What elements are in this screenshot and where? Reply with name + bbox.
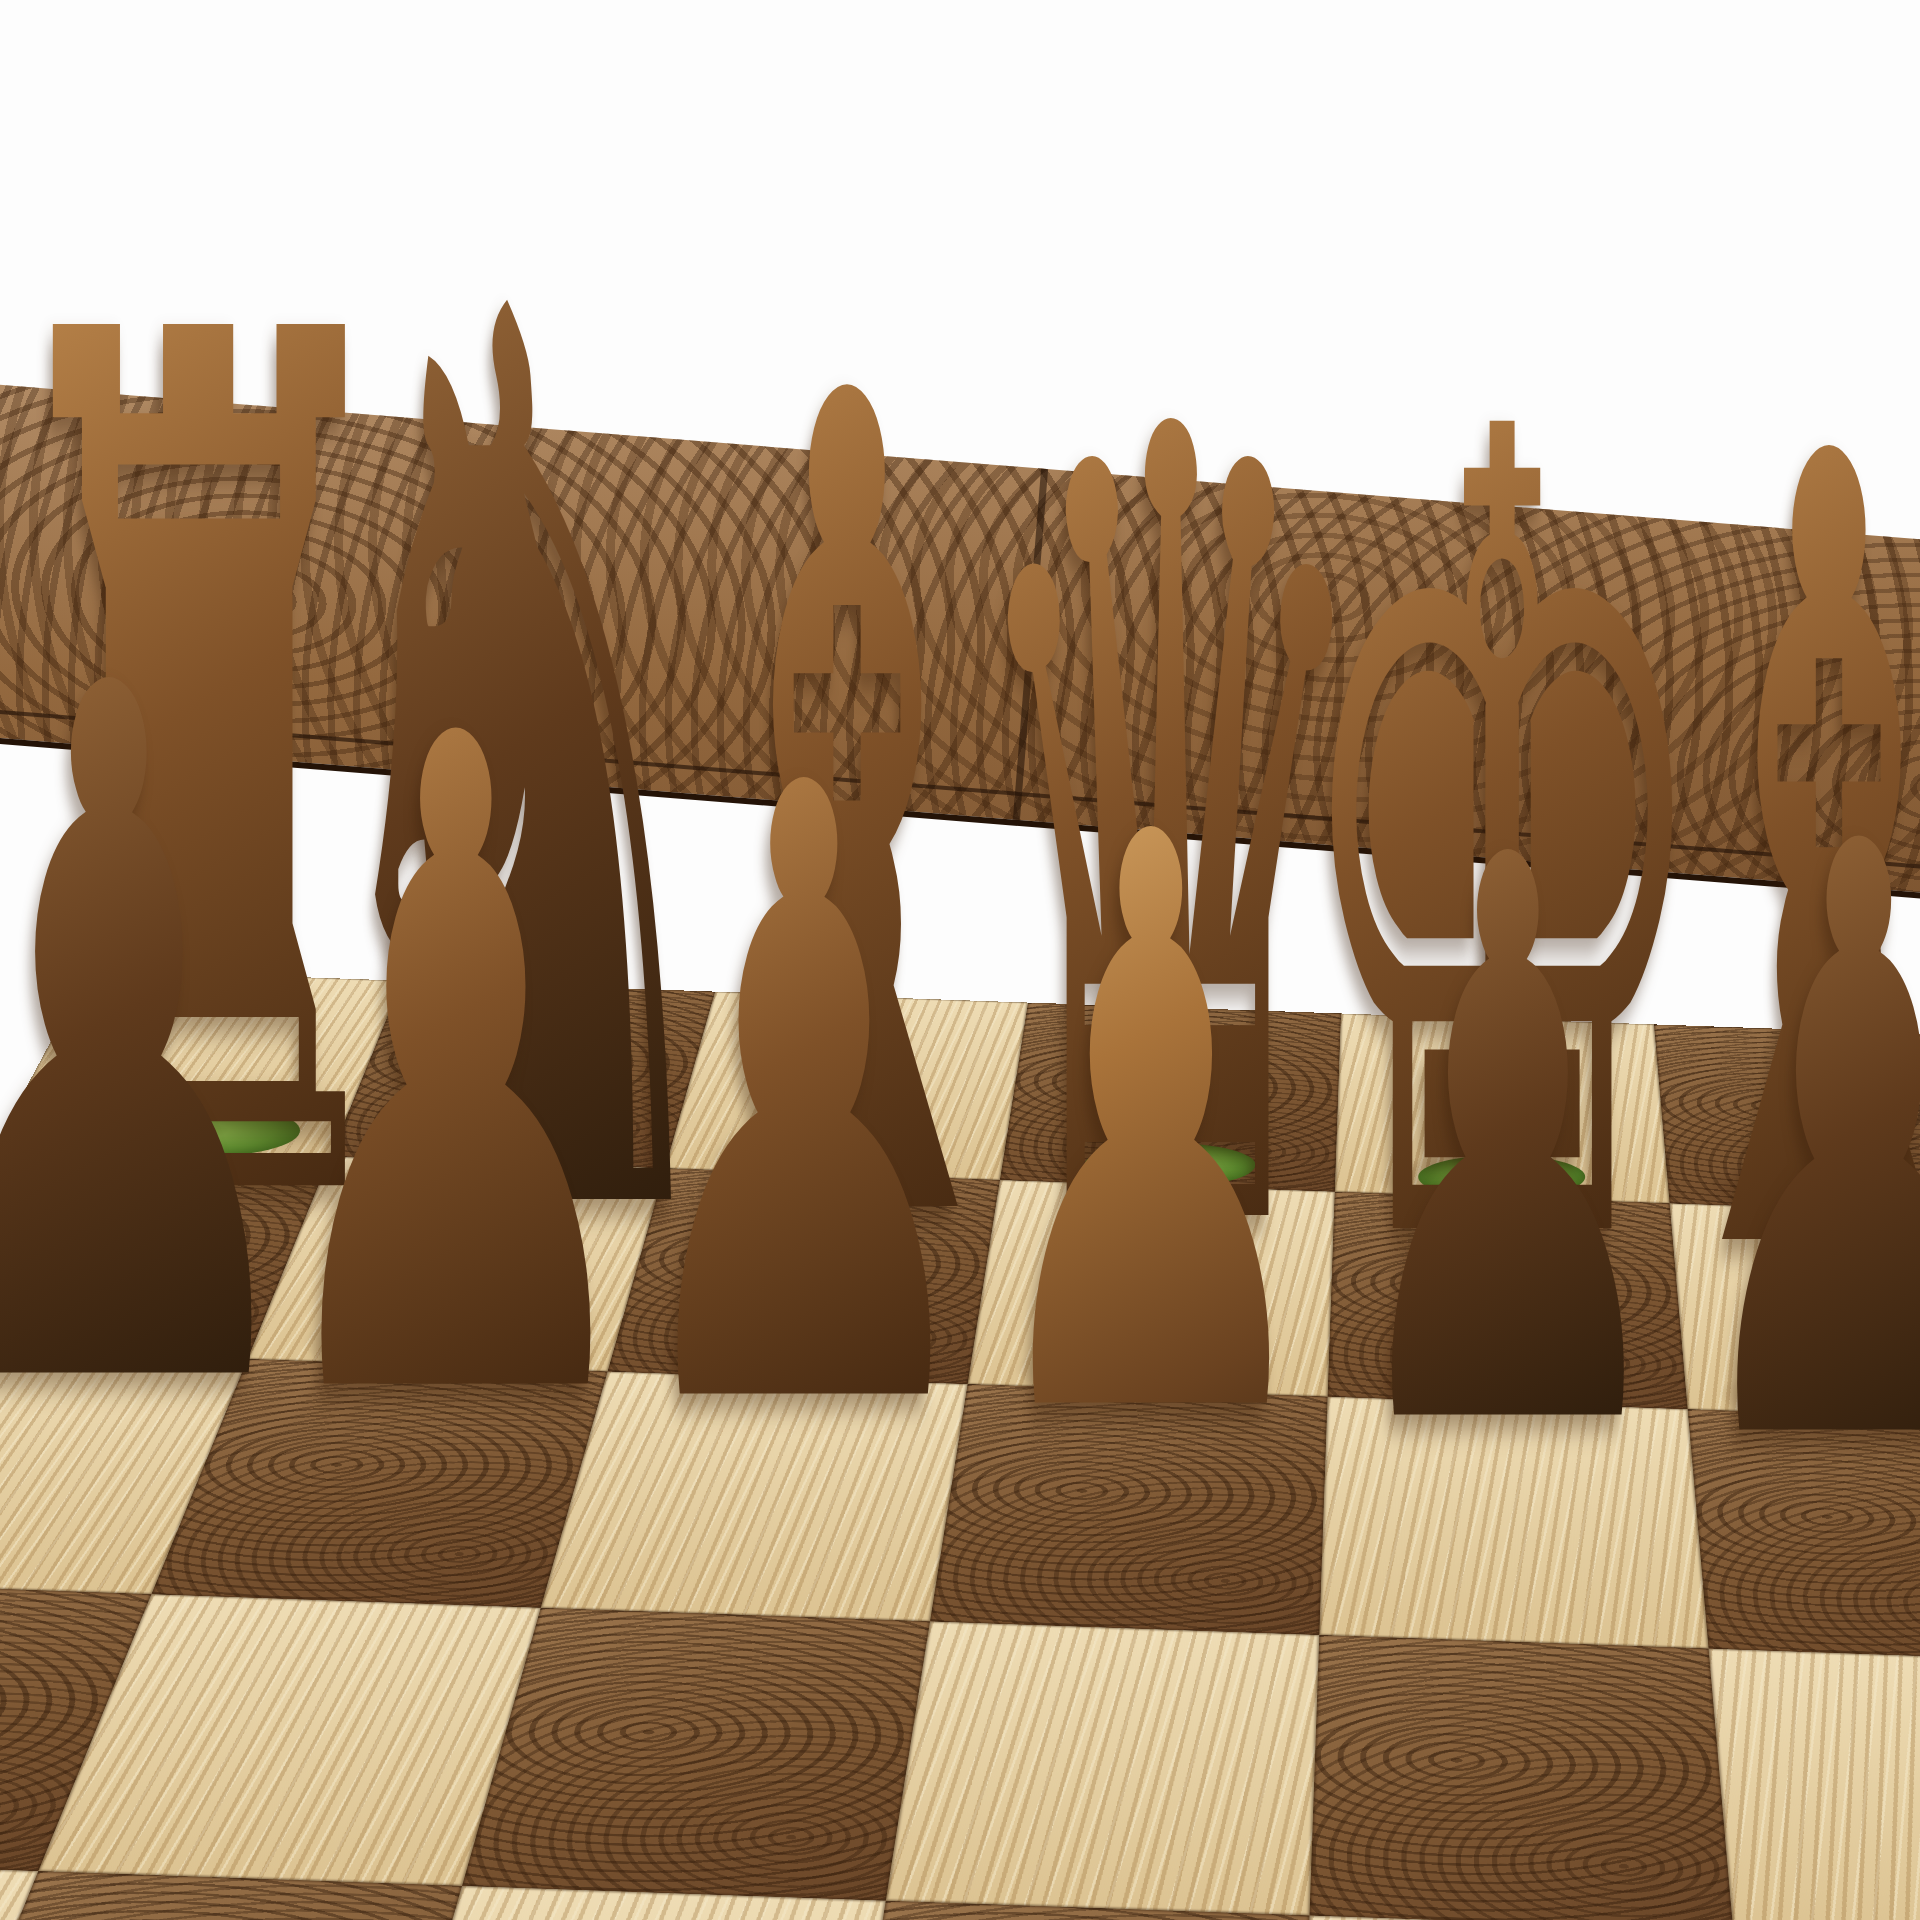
- chess-board-grid: [0, 970, 1920, 1920]
- square-f7[interactable]: [1670, 1203, 1920, 1421]
- square-f8[interactable]: [1654, 1024, 1920, 1215]
- square-e7[interactable]: [1328, 1192, 1688, 1410]
- board-frame-band: [0, 372, 1920, 923]
- square-e8[interactable]: [1335, 1013, 1670, 1203]
- square-c8[interactable]: [665, 992, 1028, 1180]
- board-fold-seam: [1013, 469, 1048, 820]
- square-c5[interactable]: [462, 1608, 930, 1901]
- square-e6[interactable]: [1319, 1397, 1708, 1649]
- square-d8[interactable]: [1000, 1003, 1341, 1192]
- square-f6[interactable]: [1688, 1409, 1920, 1662]
- chess-set-photo: ♜♞♝♛♚♝♞♜♟♟♟♟♟♟♟♟: [0, 0, 1920, 1920]
- chess-board: [0, 970, 1920, 1920]
- square-c7[interactable]: [608, 1168, 1000, 1384]
- square-f5[interactable]: [1709, 1649, 1920, 1920]
- square-d5[interactable]: [886, 1621, 1320, 1915]
- square-e5[interactable]: [1309, 1635, 1733, 1920]
- square-c6[interactable]: [541, 1372, 968, 1622]
- square-d6[interactable]: [930, 1384, 1328, 1635]
- square-d7[interactable]: [968, 1180, 1335, 1397]
- frame-hinge-line: [0, 695, 1920, 893]
